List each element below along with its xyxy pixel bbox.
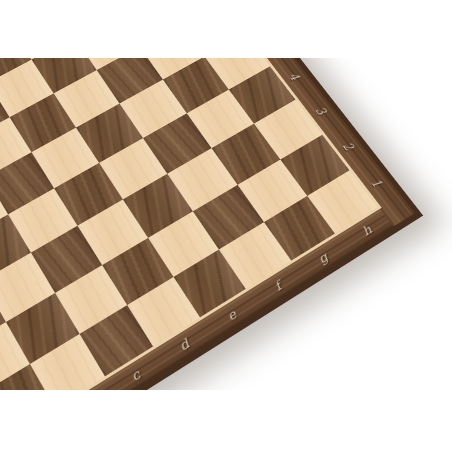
product-photo-canvas: { "game": "chess", "position": { "fen": …	[0, 0, 452, 452]
photo-window: abcdefgh 87654321	[0, 58, 452, 390]
photo-top-fade	[0, 0, 452, 10]
chess-board: abcdefgh 87654321	[0, 58, 415, 390]
